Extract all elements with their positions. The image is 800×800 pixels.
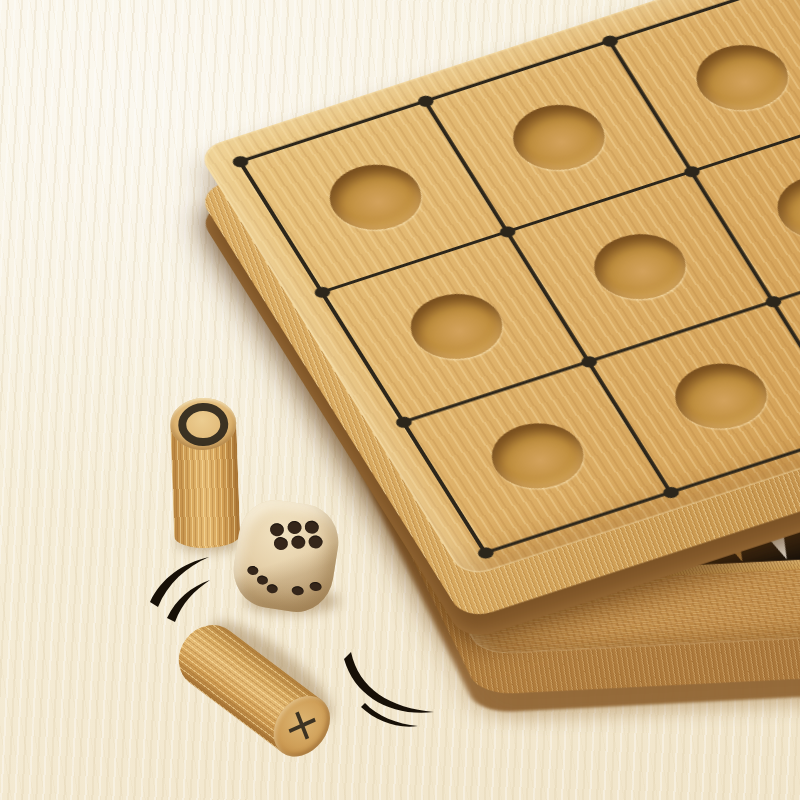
peg-hole-1-1[interactable] — [580, 224, 701, 310]
peg-hole-0-1[interactable] — [498, 94, 619, 180]
x-peg[interactable]: ✕ — [178, 592, 398, 762]
o-peg[interactable] — [169, 397, 240, 551]
o-mark — [178, 402, 229, 447]
peg-hole-2-1[interactable] — [661, 353, 782, 439]
peg-hole-0-0[interactable] — [315, 154, 436, 240]
x-mark: ✕ — [280, 702, 324, 751]
peg-hole-2-0[interactable] — [477, 413, 598, 499]
peg-hole-0-2[interactable] — [682, 34, 800, 120]
peg-hole-1-2[interactable] — [763, 164, 800, 250]
x-peg-cylinder: ✕ — [166, 613, 326, 756]
peg-hole-1-0[interactable] — [396, 283, 517, 369]
scene: ✕ — [0, 0, 800, 800]
